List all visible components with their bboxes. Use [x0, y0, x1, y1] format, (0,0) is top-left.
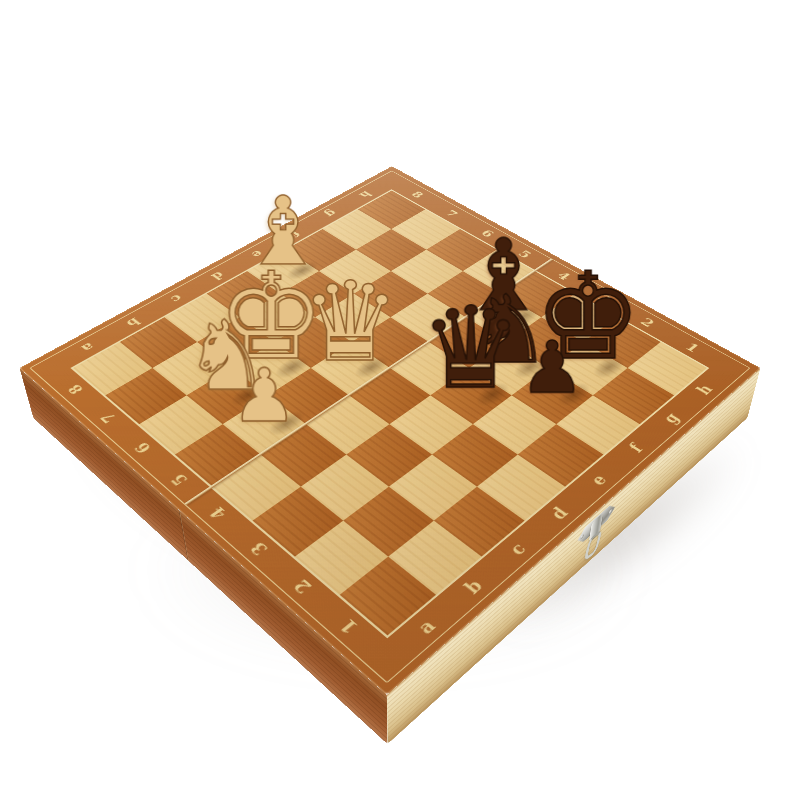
product-photo-scene: aabbccddeeffgghh1122334455667788 ♝♚♞♛♟♝♛…: [0, 0, 800, 800]
chess-piece-white-queen: ♛: [301, 270, 400, 375]
chess-piece-black-queen: ♛: [420, 294, 521, 401]
fold-edge-seam: [179, 509, 189, 561]
board-top-face: aabbccddeeffgghh1122334455667788 ♝♚♞♛♟♝♛…: [19, 166, 760, 695]
chess-piece-black-pawn: ♟: [520, 333, 584, 401]
chess-piece-white-pawn: ♟: [231, 360, 297, 430]
chess-board: aabbccddeeffgghh1122334455667788 ♝♚♞♛♟♝♛…: [19, 166, 760, 695]
pieces-layer: ♝♚♞♛♟♝♛♞♚♟: [19, 166, 760, 695]
perspective-container: aabbccddeeffgghh1122334455667788 ♝♚♞♛♟♝♛…: [0, 0, 800, 800]
